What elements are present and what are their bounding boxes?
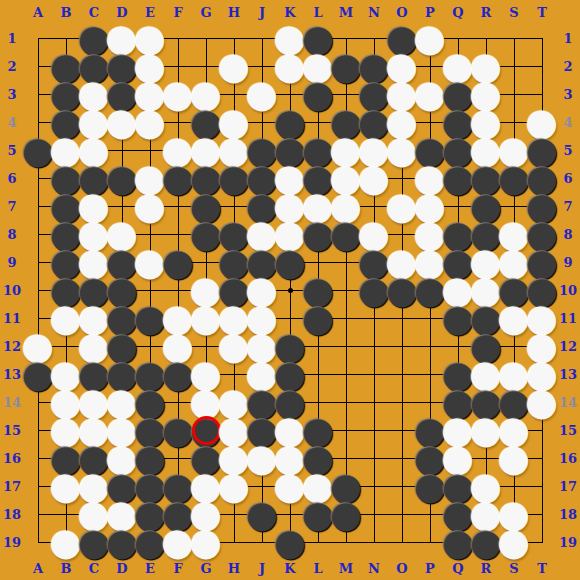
intersection-R13[interactable]: ● [472, 360, 500, 388]
intersection-J6[interactable]: ● [248, 164, 276, 192]
intersection-H17[interactable]: ● [220, 472, 248, 500]
intersection-D7[interactable] [108, 192, 136, 220]
intersection-Q16[interactable]: ● [444, 444, 472, 472]
intersection-G6[interactable]: ● [192, 164, 220, 192]
intersection-E17[interactable]: ● [136, 472, 164, 500]
intersection-C3[interactable]: ● [80, 80, 108, 108]
intersection-O6[interactable] [388, 164, 416, 192]
intersection-J15[interactable]: ● [248, 416, 276, 444]
intersection-F14[interactable] [164, 388, 192, 416]
intersection-P3[interactable]: ● [416, 80, 444, 108]
intersection-C2[interactable]: ● [80, 52, 108, 80]
intersection-E18[interactable]: ● [136, 500, 164, 528]
intersection-M9[interactable] [332, 248, 360, 276]
intersection-R9[interactable]: ● [472, 248, 500, 276]
intersection-L19[interactable] [304, 528, 332, 556]
intersection-K2[interactable]: ● [276, 52, 304, 80]
intersection-S5[interactable]: ● [500, 136, 528, 164]
intersection-G14[interactable]: ● [192, 388, 220, 416]
intersection-M13[interactable] [332, 360, 360, 388]
intersection-G15[interactable]: ● [192, 416, 220, 444]
intersection-E12[interactable] [136, 332, 164, 360]
intersection-L3[interactable]: ● [304, 80, 332, 108]
intersection-L11[interactable]: ● [304, 304, 332, 332]
intersection-T10[interactable]: ● [528, 276, 556, 304]
intersection-T8[interactable]: ● [528, 220, 556, 248]
intersection-N6[interactable]: ● [360, 164, 388, 192]
intersection-R18[interactable]: ● [472, 500, 500, 528]
intersection-N11[interactable] [360, 304, 388, 332]
intersection-D14[interactable]: ● [108, 388, 136, 416]
intersection-F3[interactable]: ● [164, 80, 192, 108]
intersection-B1[interactable] [52, 24, 80, 52]
intersection-R19[interactable]: ● [472, 528, 500, 556]
intersection-R11[interactable]: ● [472, 304, 500, 332]
intersection-K10[interactable] [276, 276, 304, 304]
intersection-A5[interactable]: ● [24, 136, 52, 164]
intersection-J1[interactable] [248, 24, 276, 52]
intersection-J13[interactable]: ● [248, 360, 276, 388]
intersection-G9[interactable] [192, 248, 220, 276]
intersection-F6[interactable]: ● [164, 164, 192, 192]
intersection-S9[interactable]: ● [500, 248, 528, 276]
intersection-M15[interactable] [332, 416, 360, 444]
intersection-F12[interactable]: ● [164, 332, 192, 360]
intersection-L18[interactable]: ● [304, 500, 332, 528]
intersection-B14[interactable]: ● [52, 388, 80, 416]
intersection-A18[interactable] [24, 500, 52, 528]
intersection-A7[interactable] [24, 192, 52, 220]
intersection-O2[interactable]: ● [388, 52, 416, 80]
intersection-P17[interactable]: ● [416, 472, 444, 500]
intersection-F11[interactable]: ● [164, 304, 192, 332]
intersection-P13[interactable] [416, 360, 444, 388]
intersection-B19[interactable]: ● [52, 528, 80, 556]
intersection-P10[interactable]: ● [416, 276, 444, 304]
intersection-L17[interactable]: ● [304, 472, 332, 500]
intersection-J18[interactable]: ● [248, 500, 276, 528]
intersection-O13[interactable] [388, 360, 416, 388]
intersection-S15[interactable]: ● [500, 416, 528, 444]
intersection-D15[interactable]: ● [108, 416, 136, 444]
intersection-L5[interactable]: ● [304, 136, 332, 164]
intersection-F16[interactable] [164, 444, 192, 472]
intersection-K16[interactable]: ● [276, 444, 304, 472]
intersection-S16[interactable]: ● [500, 444, 528, 472]
intersection-S1[interactable] [500, 24, 528, 52]
intersection-E7[interactable]: ● [136, 192, 164, 220]
intersection-B9[interactable]: ● [52, 248, 80, 276]
intersection-Q10[interactable]: ● [444, 276, 472, 304]
intersection-P8[interactable]: ● [416, 220, 444, 248]
intersection-D8[interactable]: ● [108, 220, 136, 248]
intersection-Q18[interactable]: ● [444, 500, 472, 528]
intersection-T5[interactable]: ● [528, 136, 556, 164]
intersection-T6[interactable]: ● [528, 164, 556, 192]
intersection-E3[interactable]: ● [136, 80, 164, 108]
intersection-M17[interactable]: ● [332, 472, 360, 500]
intersection-R12[interactable]: ● [472, 332, 500, 360]
intersection-N19[interactable] [360, 528, 388, 556]
intersection-P5[interactable]: ● [416, 136, 444, 164]
intersection-N5[interactable]: ● [360, 136, 388, 164]
intersection-P7[interactable]: ● [416, 192, 444, 220]
intersection-H14[interactable]: ● [220, 388, 248, 416]
intersection-T16[interactable] [528, 444, 556, 472]
intersection-A17[interactable] [24, 472, 52, 500]
intersection-J5[interactable]: ● [248, 136, 276, 164]
intersection-F10[interactable] [164, 276, 192, 304]
intersection-J19[interactable] [248, 528, 276, 556]
intersection-N2[interactable]: ● [360, 52, 388, 80]
intersection-Q7[interactable] [444, 192, 472, 220]
intersection-B12[interactable] [52, 332, 80, 360]
intersection-J4[interactable] [248, 108, 276, 136]
intersection-Q4[interactable]: ● [444, 108, 472, 136]
intersection-L16[interactable]: ● [304, 444, 332, 472]
intersection-P16[interactable]: ● [416, 444, 444, 472]
intersection-C14[interactable]: ● [80, 388, 108, 416]
intersection-C12[interactable]: ● [80, 332, 108, 360]
intersection-R4[interactable]: ● [472, 108, 500, 136]
intersection-N8[interactable]: ● [360, 220, 388, 248]
intersection-S17[interactable] [500, 472, 528, 500]
intersection-C1[interactable]: ● [80, 24, 108, 52]
intersection-O14[interactable] [388, 388, 416, 416]
intersection-R7[interactable]: ● [472, 192, 500, 220]
intersection-N10[interactable]: ● [360, 276, 388, 304]
intersection-K13[interactable]: ● [276, 360, 304, 388]
intersection-M7[interactable]: ● [332, 192, 360, 220]
intersection-L10[interactable]: ● [304, 276, 332, 304]
intersection-B10[interactable]: ● [52, 276, 80, 304]
intersection-J12[interactable]: ● [248, 332, 276, 360]
intersection-E11[interactable]: ● [136, 304, 164, 332]
intersection-A8[interactable] [24, 220, 52, 248]
intersection-C7[interactable]: ● [80, 192, 108, 220]
intersection-B5[interactable]: ● [52, 136, 80, 164]
intersection-P2[interactable] [416, 52, 444, 80]
intersection-A9[interactable] [24, 248, 52, 276]
intersection-A15[interactable] [24, 416, 52, 444]
intersection-N15[interactable] [360, 416, 388, 444]
intersection-S12[interactable] [500, 332, 528, 360]
intersection-H16[interactable]: ● [220, 444, 248, 472]
intersection-J3[interactable]: ● [248, 80, 276, 108]
intersection-F5[interactable]: ● [164, 136, 192, 164]
intersection-Q14[interactable]: ● [444, 388, 472, 416]
intersection-R3[interactable]: ● [472, 80, 500, 108]
intersection-D16[interactable]: ● [108, 444, 136, 472]
intersection-C6[interactable]: ● [80, 164, 108, 192]
intersection-O15[interactable] [388, 416, 416, 444]
intersection-D12[interactable]: ● [108, 332, 136, 360]
intersection-T2[interactable] [528, 52, 556, 80]
intersection-G1[interactable] [192, 24, 220, 52]
intersection-D9[interactable]: ● [108, 248, 136, 276]
intersection-S14[interactable]: ● [500, 388, 528, 416]
intersection-A10[interactable] [24, 276, 52, 304]
intersection-C19[interactable]: ● [80, 528, 108, 556]
intersection-K4[interactable]: ● [276, 108, 304, 136]
intersection-R2[interactable]: ● [472, 52, 500, 80]
intersection-D1[interactable]: ● [108, 24, 136, 52]
intersection-T14[interactable]: ● [528, 388, 556, 416]
intersection-F1[interactable] [164, 24, 192, 52]
intersection-J10[interactable]: ● [248, 276, 276, 304]
intersection-D13[interactable]: ● [108, 360, 136, 388]
intersection-H18[interactable] [220, 500, 248, 528]
intersection-T12[interactable]: ● [528, 332, 556, 360]
intersection-M19[interactable] [332, 528, 360, 556]
intersection-A2[interactable] [24, 52, 52, 80]
intersection-P12[interactable] [416, 332, 444, 360]
intersection-D18[interactable]: ● [108, 500, 136, 528]
intersection-O9[interactable]: ● [388, 248, 416, 276]
intersection-F8[interactable] [164, 220, 192, 248]
intersection-K12[interactable]: ● [276, 332, 304, 360]
intersection-G8[interactable]: ● [192, 220, 220, 248]
intersection-B8[interactable]: ● [52, 220, 80, 248]
intersection-P1[interactable]: ● [416, 24, 444, 52]
intersection-Q17[interactable]: ● [444, 472, 472, 500]
intersection-O8[interactable] [388, 220, 416, 248]
intersection-H8[interactable]: ● [220, 220, 248, 248]
intersection-A6[interactable] [24, 164, 52, 192]
intersection-E15[interactable]: ● [136, 416, 164, 444]
intersection-P18[interactable] [416, 500, 444, 528]
intersection-K9[interactable]: ● [276, 248, 304, 276]
intersection-S13[interactable]: ● [500, 360, 528, 388]
intersection-S8[interactable]: ● [500, 220, 528, 248]
intersection-G7[interactable]: ● [192, 192, 220, 220]
intersection-L9[interactable] [304, 248, 332, 276]
intersection-D19[interactable]: ● [108, 528, 136, 556]
intersection-B2[interactable]: ● [52, 52, 80, 80]
intersection-M6[interactable]: ● [332, 164, 360, 192]
intersection-G4[interactable]: ● [192, 108, 220, 136]
intersection-M12[interactable] [332, 332, 360, 360]
intersection-C8[interactable]: ● [80, 220, 108, 248]
intersection-E16[interactable]: ● [136, 444, 164, 472]
intersection-T19[interactable] [528, 528, 556, 556]
intersection-S10[interactable]: ● [500, 276, 528, 304]
intersection-P4[interactable] [416, 108, 444, 136]
intersection-G2[interactable] [192, 52, 220, 80]
intersection-K6[interactable]: ● [276, 164, 304, 192]
intersection-G5[interactable]: ● [192, 136, 220, 164]
intersection-B11[interactable]: ● [52, 304, 80, 332]
intersection-B4[interactable]: ● [52, 108, 80, 136]
intersection-S6[interactable]: ● [500, 164, 528, 192]
intersection-L7[interactable]: ● [304, 192, 332, 220]
intersection-O12[interactable] [388, 332, 416, 360]
intersection-L2[interactable]: ● [304, 52, 332, 80]
intersection-M4[interactable]: ● [332, 108, 360, 136]
intersection-L12[interactable] [304, 332, 332, 360]
intersection-T1[interactable] [528, 24, 556, 52]
intersection-T7[interactable]: ● [528, 192, 556, 220]
intersection-O16[interactable] [388, 444, 416, 472]
intersection-H15[interactable]: ● [220, 416, 248, 444]
intersection-K19[interactable]: ● [276, 528, 304, 556]
intersection-C4[interactable]: ● [80, 108, 108, 136]
intersection-O4[interactable]: ● [388, 108, 416, 136]
intersection-J2[interactable] [248, 52, 276, 80]
intersection-F9[interactable]: ● [164, 248, 192, 276]
intersection-R17[interactable]: ● [472, 472, 500, 500]
intersection-N7[interactable] [360, 192, 388, 220]
intersection-R1[interactable] [472, 24, 500, 52]
intersection-H7[interactable] [220, 192, 248, 220]
intersection-A12[interactable]: ● [24, 332, 52, 360]
intersection-Q8[interactable]: ● [444, 220, 472, 248]
intersection-K17[interactable]: ● [276, 472, 304, 500]
intersection-R10[interactable]: ● [472, 276, 500, 304]
intersection-F19[interactable]: ● [164, 528, 192, 556]
intersection-K15[interactable]: ● [276, 416, 304, 444]
intersection-A13[interactable]: ● [24, 360, 52, 388]
intersection-J9[interactable]: ● [248, 248, 276, 276]
intersection-E2[interactable]: ● [136, 52, 164, 80]
intersection-H5[interactable]: ● [220, 136, 248, 164]
intersection-P6[interactable]: ● [416, 164, 444, 192]
intersection-N1[interactable] [360, 24, 388, 52]
intersection-S19[interactable]: ● [500, 528, 528, 556]
intersection-E10[interactable] [136, 276, 164, 304]
intersection-C9[interactable]: ● [80, 248, 108, 276]
intersection-M3[interactable] [332, 80, 360, 108]
intersection-S2[interactable] [500, 52, 528, 80]
intersection-D4[interactable]: ● [108, 108, 136, 136]
intersection-F4[interactable] [164, 108, 192, 136]
intersection-J14[interactable]: ● [248, 388, 276, 416]
intersection-N14[interactable] [360, 388, 388, 416]
intersection-D11[interactable]: ● [108, 304, 136, 332]
intersection-F13[interactable]: ● [164, 360, 192, 388]
intersection-B18[interactable] [52, 500, 80, 528]
intersection-C15[interactable]: ● [80, 416, 108, 444]
intersection-G16[interactable]: ● [192, 444, 220, 472]
intersection-A3[interactable] [24, 80, 52, 108]
intersection-E14[interactable]: ● [136, 388, 164, 416]
intersection-N13[interactable] [360, 360, 388, 388]
intersection-M16[interactable] [332, 444, 360, 472]
intersection-O17[interactable] [388, 472, 416, 500]
intersection-O10[interactable]: ● [388, 276, 416, 304]
intersection-T4[interactable]: ● [528, 108, 556, 136]
intersection-S11[interactable]: ● [500, 304, 528, 332]
intersection-M5[interactable]: ● [332, 136, 360, 164]
intersection-B15[interactable]: ● [52, 416, 80, 444]
intersection-S7[interactable] [500, 192, 528, 220]
intersection-Q5[interactable]: ● [444, 136, 472, 164]
intersection-Q12[interactable] [444, 332, 472, 360]
intersection-L1[interactable]: ● [304, 24, 332, 52]
intersection-Q13[interactable]: ● [444, 360, 472, 388]
intersection-B17[interactable]: ● [52, 472, 80, 500]
intersection-G13[interactable]: ● [192, 360, 220, 388]
intersection-O7[interactable]: ● [388, 192, 416, 220]
intersection-D6[interactable]: ● [108, 164, 136, 192]
intersection-A4[interactable] [24, 108, 52, 136]
intersection-E9[interactable]: ● [136, 248, 164, 276]
intersection-N16[interactable] [360, 444, 388, 472]
intersection-S4[interactable] [500, 108, 528, 136]
intersection-G17[interactable]: ● [192, 472, 220, 500]
intersection-C10[interactable]: ● [80, 276, 108, 304]
intersection-T11[interactable]: ● [528, 304, 556, 332]
intersection-T18[interactable] [528, 500, 556, 528]
intersection-M2[interactable]: ● [332, 52, 360, 80]
intersection-E1[interactable]: ● [136, 24, 164, 52]
intersection-G12[interactable] [192, 332, 220, 360]
intersection-L13[interactable] [304, 360, 332, 388]
intersection-R6[interactable]: ● [472, 164, 500, 192]
intersection-F7[interactable] [164, 192, 192, 220]
intersection-K5[interactable]: ● [276, 136, 304, 164]
intersection-D17[interactable]: ● [108, 472, 136, 500]
intersection-Q1[interactable] [444, 24, 472, 52]
intersection-O5[interactable]: ● [388, 136, 416, 164]
intersection-B16[interactable]: ● [52, 444, 80, 472]
intersection-H6[interactable]: ● [220, 164, 248, 192]
intersection-L15[interactable]: ● [304, 416, 332, 444]
intersection-O19[interactable] [388, 528, 416, 556]
intersection-E13[interactable]: ● [136, 360, 164, 388]
intersection-L6[interactable]: ● [304, 164, 332, 192]
intersection-T9[interactable]: ● [528, 248, 556, 276]
intersection-K1[interactable]: ● [276, 24, 304, 52]
intersection-J8[interactable]: ● [248, 220, 276, 248]
intersection-E6[interactable]: ● [136, 164, 164, 192]
intersection-O18[interactable] [388, 500, 416, 528]
intersection-T3[interactable] [528, 80, 556, 108]
intersection-D2[interactable]: ● [108, 52, 136, 80]
intersection-F17[interactable]: ● [164, 472, 192, 500]
intersection-N17[interactable] [360, 472, 388, 500]
intersection-C18[interactable]: ● [80, 500, 108, 528]
intersection-H12[interactable]: ● [220, 332, 248, 360]
intersection-G3[interactable]: ● [192, 80, 220, 108]
intersection-R8[interactable]: ● [472, 220, 500, 248]
intersection-H2[interactable]: ● [220, 52, 248, 80]
intersection-H11[interactable]: ● [220, 304, 248, 332]
intersection-J16[interactable]: ● [248, 444, 276, 472]
intersection-G11[interactable]: ● [192, 304, 220, 332]
intersection-E8[interactable] [136, 220, 164, 248]
intersection-P14[interactable] [416, 388, 444, 416]
intersection-B3[interactable]: ● [52, 80, 80, 108]
intersection-B6[interactable]: ● [52, 164, 80, 192]
intersection-K8[interactable]: ● [276, 220, 304, 248]
intersection-O1[interactable]: ● [388, 24, 416, 52]
intersection-G19[interactable]: ● [192, 528, 220, 556]
intersection-Q2[interactable]: ● [444, 52, 472, 80]
intersection-E4[interactable]: ● [136, 108, 164, 136]
intersection-R16[interactable] [472, 444, 500, 472]
intersection-Q11[interactable]: ● [444, 304, 472, 332]
intersection-S18[interactable]: ● [500, 500, 528, 528]
intersection-K18[interactable] [276, 500, 304, 528]
intersection-F18[interactable]: ● [164, 500, 192, 528]
intersection-L14[interactable] [304, 388, 332, 416]
intersection-F15[interactable]: ● [164, 416, 192, 444]
intersection-A1[interactable] [24, 24, 52, 52]
intersection-L8[interactable]: ● [304, 220, 332, 248]
intersection-C16[interactable]: ● [80, 444, 108, 472]
intersection-H19[interactable] [220, 528, 248, 556]
